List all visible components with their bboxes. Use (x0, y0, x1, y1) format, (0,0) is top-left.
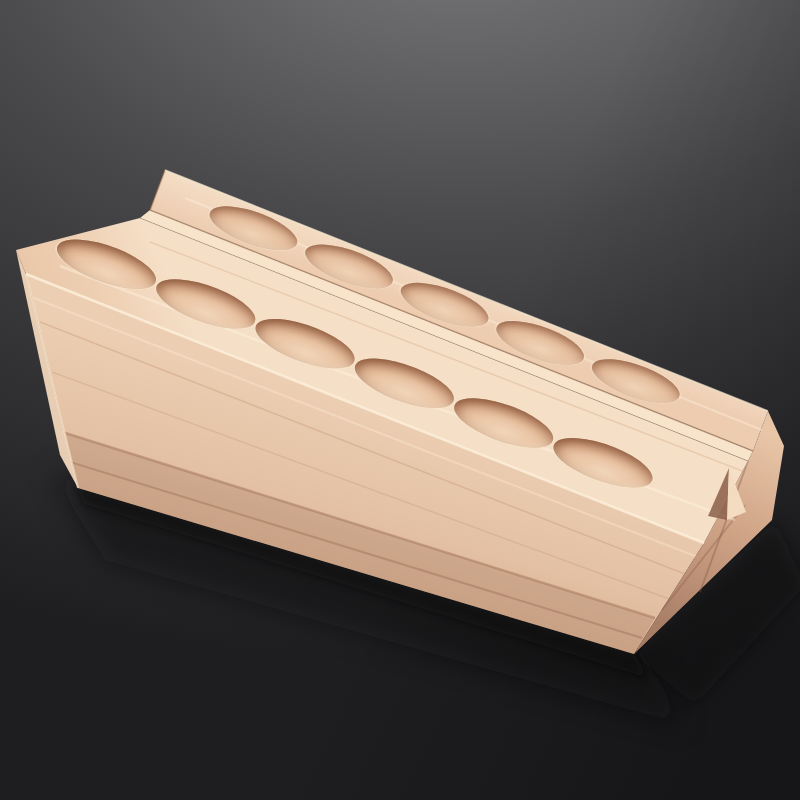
studio-scene (0, 0, 800, 800)
